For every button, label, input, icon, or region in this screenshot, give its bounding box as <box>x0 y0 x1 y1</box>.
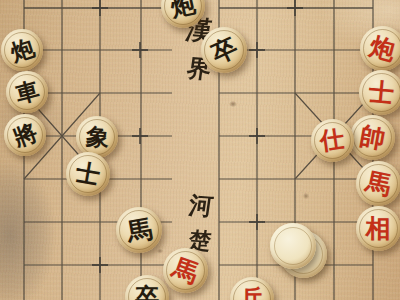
piece-black-將[interactable]: 將 <box>4 114 46 156</box>
piece-black-馬[interactable]: 馬 <box>116 207 162 253</box>
piece-character: 車 <box>13 78 41 106</box>
piece-character: 炮 <box>169 0 197 20</box>
piece-character: 士 <box>74 160 102 188</box>
piece-character: 炮 <box>367 33 398 64</box>
piece-character: 卒 <box>207 33 240 66</box>
piece-red-帥[interactable]: 帥 <box>350 115 395 160</box>
piece-black-卒[interactable]: 卒 <box>201 27 247 73</box>
piece-character: 將 <box>10 120 39 149</box>
piece-character: 馬 <box>169 254 201 286</box>
piece-character: 相 <box>366 216 391 241</box>
piece-character: 仕 <box>318 126 345 153</box>
piece-character: 象 <box>85 125 110 150</box>
xiangqi-board-photo: 漢 界 河 楚 炮卒炮車將象士馬卒炮士帥仕馬相馬兵 <box>0 0 400 300</box>
piece-character: 士 <box>367 78 394 105</box>
piece-black-炮[interactable]: 炮 <box>1 29 43 71</box>
piece-character: 兵 <box>240 287 264 300</box>
piece-red-馬[interactable]: 馬 <box>163 248 208 293</box>
river-label-he: 河 <box>187 193 214 218</box>
piece-character: 卒 <box>135 285 159 300</box>
piece-character: 帥 <box>358 123 387 152</box>
piece-character: 馬 <box>125 216 154 245</box>
piece-black-士[interactable]: 士 <box>66 152 110 196</box>
piece-red-仕[interactable]: 仕 <box>311 119 354 162</box>
piece-red-士[interactable]: 士 <box>359 70 400 115</box>
piece-black-車[interactable]: 車 <box>6 71 48 113</box>
piece-character: 馬 <box>363 168 393 198</box>
piece-character: 炮 <box>8 36 37 65</box>
piece-red-相[interactable]: 相 <box>356 206 400 251</box>
blank-piece-disc[interactable] <box>270 223 316 269</box>
piece-red-馬[interactable]: 馬 <box>356 161 400 206</box>
piece-red-炮[interactable]: 炮 <box>360 26 400 71</box>
